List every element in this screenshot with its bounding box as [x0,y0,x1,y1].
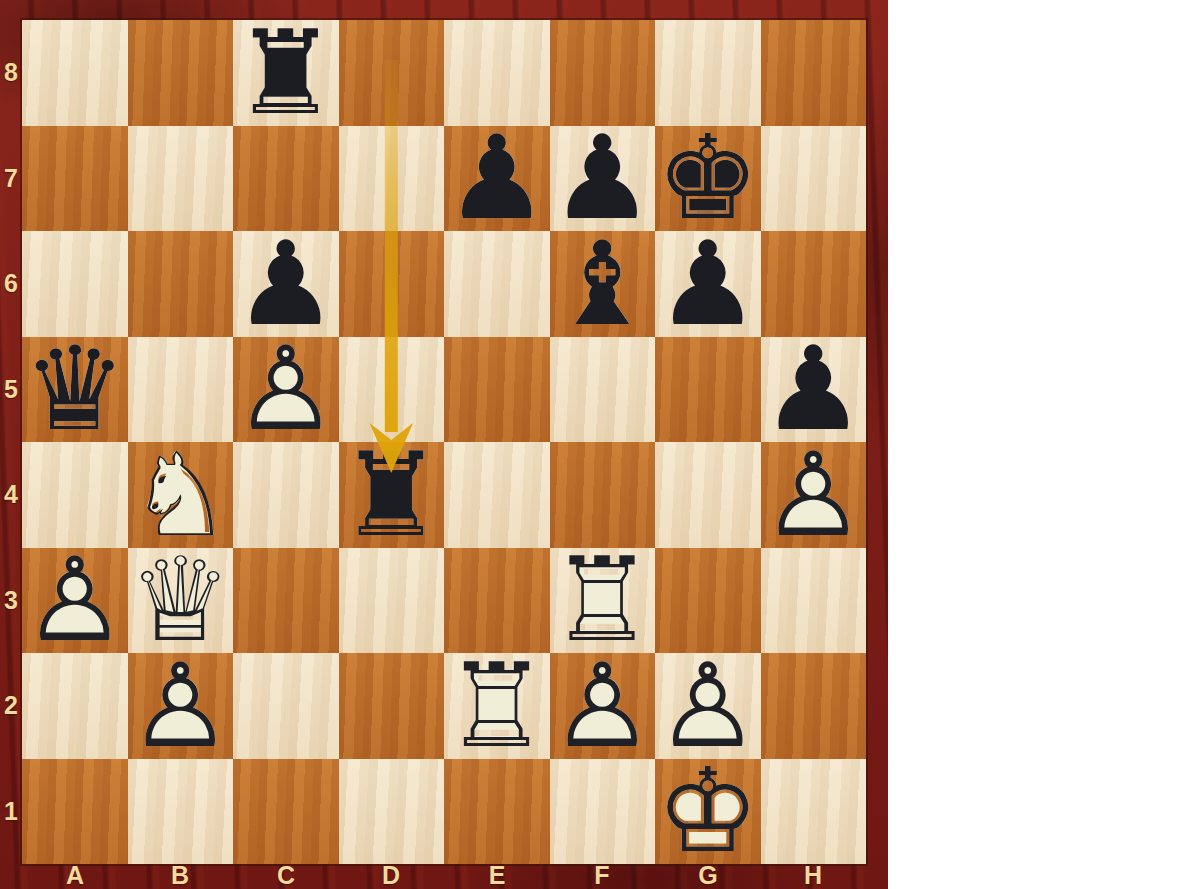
square-b5[interactable] [128,337,234,443]
black-pawn-icon: ♟ [234,226,338,342]
square-d6[interactable] [339,231,445,337]
square-c2[interactable] [233,653,339,759]
white-pawn-icon: ♟ [761,437,865,553]
square-f3[interactable]: ♜♖ [550,548,656,654]
black-king-icon: ♚ [656,120,760,236]
square-d1[interactable] [339,759,445,865]
square-b2[interactable]: ♟♙ [128,653,234,759]
square-g3[interactable] [655,548,761,654]
square-f5[interactable] [550,337,656,443]
piece-white-queen[interactable]: ♛♕ [128,548,234,654]
black-bishop-icon: ♝ [550,226,654,342]
square-e5[interactable] [444,337,550,443]
square-a2[interactable] [22,653,128,759]
square-b6[interactable] [128,231,234,337]
square-a7[interactable] [22,126,128,232]
square-g7[interactable]: ♚♚ [655,126,761,232]
square-e3[interactable] [444,548,550,654]
square-h6[interactable] [761,231,867,337]
square-e1[interactable] [444,759,550,865]
black-rook-icon: ♜ [234,15,338,131]
square-h1[interactable] [761,759,867,865]
piece-white-rook[interactable]: ♜♖ [550,548,656,654]
white-pawn-icon: ♙ [23,542,127,658]
file-label-f: F [572,863,632,888]
white-rook-icon: ♜ [445,648,549,764]
square-b8[interactable] [128,20,234,126]
square-h3[interactable] [761,548,867,654]
white-pawn-icon: ♟ [234,331,338,447]
square-e7[interactable]: ♟♟ [444,126,550,232]
square-d5[interactable] [339,337,445,443]
square-g1[interactable]: ♚♔ [655,759,761,865]
square-e8[interactable] [444,20,550,126]
square-b7[interactable] [128,126,234,232]
square-a4[interactable] [22,442,128,548]
white-pawn-icon: ♙ [234,331,338,447]
rank-label-3: 3 [0,587,22,613]
white-rook-icon: ♖ [445,648,549,764]
square-h8[interactable] [761,20,867,126]
rank-label-8: 8 [0,59,22,85]
white-rook-icon: ♜ [550,542,654,658]
square-h5[interactable]: ♟♟ [761,337,867,443]
rank-label-4: 4 [0,481,22,507]
white-pawn-icon: ♙ [656,648,760,764]
square-h4[interactable]: ♟♙ [761,442,867,548]
black-rook-icon: ♜ [339,437,443,553]
black-rook-icon: ♜ [339,437,443,553]
square-f2[interactable]: ♟♙ [550,653,656,759]
square-h7[interactable] [761,126,867,232]
square-b4[interactable]: ♞♘ [128,442,234,548]
piece-white-pawn[interactable]: ♟♙ [128,653,234,759]
piece-black-king[interactable]: ♚♚ [655,126,761,232]
square-a6[interactable] [22,231,128,337]
piece-white-pawn[interactable]: ♟♙ [22,548,128,654]
piece-black-pawn[interactable]: ♟♟ [761,337,867,443]
white-rook-icon: ♖ [550,542,654,658]
square-d3[interactable] [339,548,445,654]
piece-black-queen[interactable]: ♛♛ [22,337,128,443]
white-pawn-icon: ♙ [128,648,232,764]
square-b1[interactable] [128,759,234,865]
piece-black-pawn[interactable]: ♟♟ [233,231,339,337]
white-queen-icon: ♕ [128,542,232,658]
piece-black-pawn[interactable]: ♟♟ [444,126,550,232]
square-c5[interactable]: ♟♙ [233,337,339,443]
black-bishop-icon: ♝ [550,226,654,342]
piece-black-bishop[interactable]: ♝♝ [550,231,656,337]
piece-white-pawn[interactable]: ♟♙ [550,653,656,759]
piece-white-knight[interactable]: ♞♘ [128,442,234,548]
file-label-g: G [678,863,738,888]
rank-label-5: 5 [0,376,22,402]
black-king-icon: ♚ [656,120,760,236]
black-pawn-icon: ♟ [761,331,865,447]
black-pawn-icon: ♟ [550,120,654,236]
rank-label-1: 1 [0,798,22,824]
black-rook-icon: ♜ [234,15,338,131]
black-queen-icon: ♛ [23,331,127,447]
piece-white-king[interactable]: ♚♔ [655,759,761,865]
white-pawn-icon: ♟ [128,648,232,764]
square-c7[interactable] [233,126,339,232]
file-label-b: B [150,863,210,888]
piece-white-pawn[interactable]: ♟♙ [233,337,339,443]
square-a5[interactable]: ♛♛ [22,337,128,443]
square-c3[interactable] [233,548,339,654]
black-pawn-icon: ♟ [656,226,760,342]
rank-label-2: 2 [0,692,22,718]
square-c1[interactable] [233,759,339,865]
black-pawn-icon: ♟ [445,120,549,236]
piece-black-rook[interactable]: ♜♜ [339,442,445,548]
square-d2[interactable] [339,653,445,759]
square-f6[interactable]: ♝♝ [550,231,656,337]
file-label-d: D [361,863,421,888]
piece-white-pawn[interactable]: ♟♙ [761,442,867,548]
square-a8[interactable] [22,20,128,126]
white-pawn-icon: ♟ [23,542,127,658]
white-pawn-icon: ♟ [656,648,760,764]
rank-label-6: 6 [0,270,22,296]
square-g6[interactable]: ♟♟ [655,231,761,337]
square-f8[interactable] [550,20,656,126]
rank-label-7: 7 [0,165,22,191]
square-a1[interactable] [22,759,128,865]
white-knight-icon: ♘ [128,437,232,553]
white-queen-icon: ♛ [128,542,232,658]
square-a3[interactable]: ♟♙ [22,548,128,654]
page: ♜♜♟♟♟♟♚♚♟♟♝♝♟♟♛♛♟♙♟♟♞♘♜♜♟♙♟♙♛♕♜♖♟♙♜♖♟♙♟♙… [0,0,1200,889]
square-e4[interactable] [444,442,550,548]
white-knight-icon: ♞ [128,437,232,553]
black-pawn-icon: ♟ [234,226,338,342]
black-queen-icon: ♛ [23,331,127,447]
white-pawn-icon: ♙ [550,648,654,764]
white-king-icon: ♔ [656,753,760,869]
white-king-icon: ♚ [656,753,760,869]
black-pawn-icon: ♟ [445,120,549,236]
file-label-h: H [783,863,843,888]
square-g2[interactable]: ♟♙ [655,653,761,759]
black-pawn-icon: ♟ [550,120,654,236]
square-d4[interactable]: ♜♜ [339,442,445,548]
piece-black-pawn[interactable]: ♟♟ [655,231,761,337]
board: ♜♜♟♟♟♟♚♚♟♟♝♝♟♟♛♛♟♙♟♟♞♘♜♜♟♙♟♙♛♕♜♖♟♙♜♖♟♙♟♙… [22,20,866,864]
file-label-a: A [45,863,105,888]
square-c6[interactable]: ♟♟ [233,231,339,337]
square-d7[interactable] [339,126,445,232]
black-pawn-icon: ♟ [761,331,865,447]
square-f7[interactable]: ♟♟ [550,126,656,232]
piece-white-rook[interactable]: ♜♖ [444,653,550,759]
piece-white-pawn[interactable]: ♟♙ [655,653,761,759]
white-pawn-icon: ♙ [761,437,865,553]
piece-black-rook[interactable]: ♜♜ [233,20,339,126]
white-pawn-icon: ♟ [550,648,654,764]
square-c4[interactable] [233,442,339,548]
black-pawn-icon: ♟ [656,226,760,342]
square-c8[interactable]: ♜♜ [233,20,339,126]
file-label-c: C [256,863,316,888]
square-f4[interactable] [550,442,656,548]
square-g5[interactable] [655,337,761,443]
square-h2[interactable] [761,653,867,759]
square-e2[interactable]: ♜♖ [444,653,550,759]
file-label-e: E [467,863,527,888]
piece-black-pawn[interactable]: ♟♟ [550,126,656,232]
square-f1[interactable] [550,759,656,865]
square-e6[interactable] [444,231,550,337]
square-b3[interactable]: ♛♕ [128,548,234,654]
square-g4[interactable] [655,442,761,548]
square-g8[interactable] [655,20,761,126]
board-frame: ♜♜♟♟♟♟♚♚♟♟♝♝♟♟♛♛♟♙♟♟♞♘♜♜♟♙♟♙♛♕♜♖♟♙♜♖♟♙♟♙… [0,0,888,889]
square-d8[interactable] [339,20,445,126]
